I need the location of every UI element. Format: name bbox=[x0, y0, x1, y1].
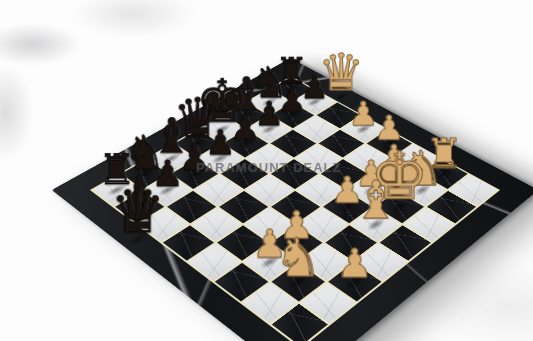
black-bishop-piece[interactable]: ♝ bbox=[138, 110, 205, 158]
piece-shadow bbox=[182, 135, 212, 153]
square-f7[interactable]: ♟ bbox=[247, 116, 291, 143]
piece-shadow bbox=[328, 89, 355, 105]
square-h8[interactable]: ♜ bbox=[270, 77, 312, 101]
piece-shadow bbox=[278, 81, 305, 96]
square-e7[interactable]: ♟ bbox=[223, 130, 268, 158]
black-bishop-piece[interactable]: ♝ bbox=[214, 70, 278, 115]
black-rook-piece[interactable]: ♜ bbox=[261, 52, 322, 89]
square-g5[interactable] bbox=[319, 130, 364, 158]
black-king-piece[interactable]: ♚ bbox=[190, 70, 255, 129]
extra-black-queen-piece[interactable]: ♛ bbox=[101, 178, 175, 240]
piece-shadow bbox=[156, 149, 187, 168]
chess-board: ♜♞♝♛♚♝♞♜♟♟♟♟♟♟♟♟♟♟♟♟♟♟♟♞♝♚♞♜♟ ♛♛ bbox=[52, 58, 533, 341]
square-d8[interactable]: ♛ bbox=[175, 130, 220, 158]
square-h7[interactable]: ♟ bbox=[293, 90, 336, 115]
piece-shadow bbox=[232, 107, 260, 124]
black-pawn-piece[interactable]: ♟ bbox=[212, 109, 278, 143]
piece-shadow bbox=[255, 94, 283, 110]
piece-shadow bbox=[208, 121, 237, 138]
black-pawn-piece[interactable]: ♟ bbox=[261, 83, 325, 116]
piece-shadow bbox=[255, 121, 284, 138]
square-g6[interactable] bbox=[294, 116, 338, 143]
black-pawn-piece[interactable]: ♟ bbox=[237, 96, 302, 129]
square-f6[interactable] bbox=[271, 130, 316, 158]
black-pawn-piece[interactable]: ♟ bbox=[283, 70, 345, 102]
square-g7[interactable]: ♟ bbox=[271, 103, 315, 129]
square-f8[interactable]: ♝ bbox=[224, 103, 268, 129]
square-e8[interactable]: ♚ bbox=[200, 116, 244, 143]
piece-shadow bbox=[301, 94, 328, 110]
black-knight-piece[interactable]: ♞ bbox=[110, 127, 179, 174]
watermark-text: PARAMOUNT DEALZ bbox=[196, 160, 346, 175]
piece-shadow bbox=[349, 121, 377, 138]
square-g8[interactable]: ♞ bbox=[248, 90, 291, 115]
piece-shadow bbox=[278, 107, 306, 124]
black-queen-piece[interactable]: ♛ bbox=[164, 89, 230, 144]
black-knight-piece[interactable]: ♞ bbox=[238, 59, 300, 102]
white-pawn-piece[interactable]: ♟ bbox=[316, 242, 394, 282]
piece-shadow bbox=[231, 135, 261, 153]
product-photo: ♜♞♝♛♚♝♞♜♟♟♟♟♟♟♟♟♟♟♟♟♟♟♟♞♝♚♞♜♟ ♛♛ PARAMOU… bbox=[0, 0, 533, 341]
white-bishop-piece[interactable]: ♝ bbox=[339, 172, 412, 224]
white-pawn-piece[interactable]: ♟ bbox=[331, 96, 396, 129]
extra-white-queen-piece[interactable]: ♛ bbox=[310, 45, 372, 96]
square-h6[interactable] bbox=[317, 103, 361, 129]
black-pawn-piece[interactable]: ♟ bbox=[187, 124, 254, 159]
